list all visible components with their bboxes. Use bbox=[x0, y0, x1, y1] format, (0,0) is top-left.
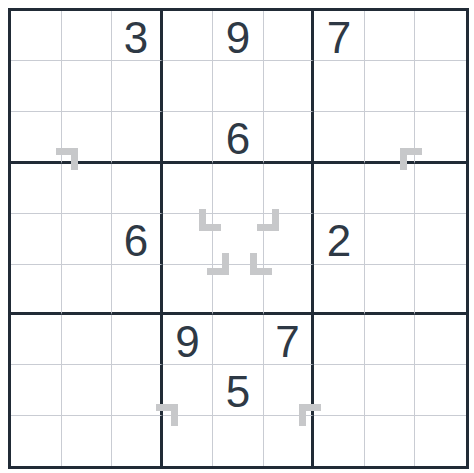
cell-r6c7[interactable] bbox=[314, 265, 365, 315]
cell-r4c6[interactable] bbox=[264, 164, 315, 214]
cell-r7c3[interactable] bbox=[112, 315, 163, 365]
cell-r2c6[interactable] bbox=[264, 61, 315, 111]
cell-r8c9[interactable] bbox=[415, 365, 466, 415]
cell-r4c3[interactable] bbox=[112, 164, 163, 214]
cell-r7c8[interactable] bbox=[365, 315, 416, 365]
cell-r3c5[interactable]: 6 bbox=[213, 112, 264, 164]
cell-r7c4[interactable]: 9 bbox=[163, 315, 214, 365]
cell-r6c5[interactable] bbox=[213, 265, 264, 315]
cell-r8c3[interactable] bbox=[112, 365, 163, 415]
sudoku-grid: 397662975 bbox=[8, 8, 469, 469]
cell-r4c8[interactable] bbox=[365, 164, 416, 214]
cell-r1c1[interactable] bbox=[11, 11, 62, 61]
cell-r5c2[interactable] bbox=[62, 214, 113, 264]
cell-r4c9[interactable] bbox=[415, 164, 466, 214]
cell-r4c4[interactable] bbox=[163, 164, 214, 214]
cell-r1c6[interactable] bbox=[264, 11, 315, 61]
cell-r1c9[interactable] bbox=[415, 11, 466, 61]
cell-r9c7[interactable] bbox=[314, 416, 365, 466]
cell-r8c4[interactable] bbox=[163, 365, 214, 415]
cell-r9c6[interactable] bbox=[264, 416, 315, 466]
cell-r9c1[interactable] bbox=[11, 416, 62, 466]
cell-r1c7[interactable]: 7 bbox=[314, 11, 365, 61]
cell-r3c1[interactable] bbox=[11, 112, 62, 164]
cell-r5c7[interactable]: 2 bbox=[314, 214, 365, 264]
cell-r4c1[interactable] bbox=[11, 164, 62, 214]
cell-r6c1[interactable] bbox=[11, 265, 62, 315]
cell-r7c7[interactable] bbox=[314, 315, 365, 365]
cell-r5c4[interactable] bbox=[163, 214, 214, 264]
cell-r2c1[interactable] bbox=[11, 61, 62, 111]
sudoku-puzzle-image: 397662975 bbox=[0, 0, 474, 473]
cell-r2c2[interactable] bbox=[62, 61, 113, 111]
cell-r9c8[interactable] bbox=[365, 416, 416, 466]
cell-r6c4[interactable] bbox=[163, 265, 214, 315]
cell-r6c8[interactable] bbox=[365, 265, 416, 315]
cell-r1c3[interactable]: 3 bbox=[112, 11, 163, 61]
cell-r8c7[interactable] bbox=[314, 365, 365, 415]
cell-r7c1[interactable] bbox=[11, 315, 62, 365]
cell-r9c4[interactable] bbox=[163, 416, 214, 466]
cell-r6c9[interactable] bbox=[415, 265, 466, 315]
cell-r3c9[interactable] bbox=[415, 112, 466, 164]
cell-r4c2[interactable] bbox=[62, 164, 113, 214]
cell-r1c4[interactable] bbox=[163, 11, 214, 61]
cell-r4c5[interactable] bbox=[213, 164, 264, 214]
cell-r8c2[interactable] bbox=[62, 365, 113, 415]
cell-r9c3[interactable] bbox=[112, 416, 163, 466]
cell-r8c5[interactable]: 5 bbox=[213, 365, 264, 415]
cell-r2c5[interactable] bbox=[213, 61, 264, 111]
cell-r7c6[interactable]: 7 bbox=[264, 315, 315, 365]
cell-r6c6[interactable] bbox=[264, 265, 315, 315]
cell-r5c8[interactable] bbox=[365, 214, 416, 264]
cell-r2c3[interactable] bbox=[112, 61, 163, 111]
sudoku-board: 397662975 bbox=[8, 8, 469, 469]
cell-r9c5[interactable] bbox=[213, 416, 264, 466]
cell-r8c6[interactable] bbox=[264, 365, 315, 415]
cell-r2c8[interactable] bbox=[365, 61, 416, 111]
cell-r7c9[interactable] bbox=[415, 315, 466, 365]
cell-r1c2[interactable] bbox=[62, 11, 113, 61]
cell-r4c7[interactable] bbox=[314, 164, 365, 214]
cell-r5c6[interactable] bbox=[264, 214, 315, 264]
cell-r3c8[interactable] bbox=[365, 112, 416, 164]
cell-r3c7[interactable] bbox=[314, 112, 365, 164]
cell-r3c6[interactable] bbox=[264, 112, 315, 164]
cell-r3c3[interactable] bbox=[112, 112, 163, 164]
cell-r9c2[interactable] bbox=[62, 416, 113, 466]
cell-r2c7[interactable] bbox=[314, 61, 365, 111]
cell-r5c9[interactable] bbox=[415, 214, 466, 264]
cell-r8c8[interactable] bbox=[365, 365, 416, 415]
cell-r6c3[interactable] bbox=[112, 265, 163, 315]
cell-r7c5[interactable] bbox=[213, 315, 264, 365]
cell-r5c1[interactable] bbox=[11, 214, 62, 264]
cell-r3c4[interactable] bbox=[163, 112, 214, 164]
cell-r6c2[interactable] bbox=[62, 265, 113, 315]
cell-r7c2[interactable] bbox=[62, 315, 113, 365]
cell-r9c9[interactable] bbox=[415, 416, 466, 466]
cell-r3c2[interactable] bbox=[62, 112, 113, 164]
cell-r1c5[interactable]: 9 bbox=[213, 11, 264, 61]
cell-r8c1[interactable] bbox=[11, 365, 62, 415]
cell-r5c3[interactable]: 6 bbox=[112, 214, 163, 264]
cell-r1c8[interactable] bbox=[365, 11, 416, 61]
cell-r2c9[interactable] bbox=[415, 61, 466, 111]
cell-r5c5[interactable] bbox=[213, 214, 264, 264]
cell-r2c4[interactable] bbox=[163, 61, 214, 111]
